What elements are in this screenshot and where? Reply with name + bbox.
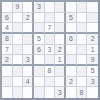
cell-r1c5[interactable] [45,2,56,13]
cell-r5c4[interactable]: 6 [34,45,45,56]
cell-r1c8[interactable] [77,2,88,13]
cell-r4c4[interactable]: 5 [34,34,45,45]
cell-r9c3[interactable] [23,87,34,98]
cell-r6c9[interactable]: 9 [87,55,98,66]
cell-r6c7[interactable] [66,55,77,66]
sudoku-board: 936254785627632123198542338 [0,0,100,100]
cell-r4c7[interactable]: 6 [66,34,77,45]
cell-r2c6[interactable] [55,13,66,24]
cell-r2c3[interactable]: 2 [23,13,34,24]
cell-r4c1[interactable]: 8 [2,34,13,45]
cell-r1c2[interactable]: 9 [13,2,24,13]
cell-r2c7[interactable]: 5 [66,13,77,24]
cell-r2c9[interactable] [87,13,98,24]
cell-r4c6[interactable] [55,34,66,45]
cell-r4c3[interactable] [23,34,34,45]
cell-r7c9[interactable]: 5 [87,66,98,77]
cell-r6c2[interactable] [13,55,24,66]
cell-r7c2[interactable] [13,66,24,77]
cell-r3c2[interactable] [13,23,24,34]
cell-r8c8[interactable] [77,77,88,88]
cell-r3c7[interactable] [66,23,77,34]
cell-r2c2[interactable] [13,13,24,24]
cell-r7c1[interactable] [2,66,13,77]
cell-r8c4[interactable] [34,77,45,88]
cell-r2c4[interactable] [34,13,45,24]
cell-r9c6[interactable]: 3 [55,87,66,98]
cell-r7c3[interactable] [23,66,34,77]
cell-r5c7[interactable] [66,45,77,56]
cell-r3c8[interactable] [77,23,88,34]
cell-r5c5[interactable]: 3 [45,45,56,56]
cell-r8c6[interactable] [55,77,66,88]
cell-r5c9[interactable]: 1 [87,45,98,56]
cell-r5c1[interactable]: 7 [2,45,13,56]
cell-r6c3[interactable]: 3 [23,55,34,66]
cell-r1c6[interactable] [55,2,66,13]
cell-r6c5[interactable] [45,55,56,66]
cell-r4c2[interactable] [13,34,24,45]
cell-r6c6[interactable]: 1 [55,55,66,66]
cell-r3c5[interactable]: 7 [45,23,56,34]
cell-r4c5[interactable] [45,34,56,45]
cell-r4c8[interactable] [77,34,88,45]
cell-r3c1[interactable]: 4 [2,23,13,34]
cell-r7c7[interactable] [66,66,77,77]
cell-r9c5[interactable] [45,87,56,98]
cell-r9c4[interactable] [34,87,45,98]
cell-r5c3[interactable] [23,45,34,56]
cell-r2c8[interactable] [77,13,88,24]
cell-r9c7[interactable] [66,87,77,98]
cell-r8c9[interactable]: 3 [87,77,98,88]
cell-r8c2[interactable] [13,77,24,88]
cell-r3c3[interactable] [23,23,34,34]
cell-r8c1[interactable] [2,77,13,88]
cell-r5c8[interactable] [77,45,88,56]
cell-r8c3[interactable]: 4 [23,77,34,88]
cell-r5c6[interactable]: 2 [55,45,66,56]
cell-r4c9[interactable]: 2 [87,34,98,45]
cell-r3c6[interactable] [55,23,66,34]
cell-r7c4[interactable] [34,66,45,77]
cell-r3c4[interactable] [34,23,45,34]
cell-r6c4[interactable] [34,55,45,66]
cell-r1c3[interactable] [23,2,34,13]
cell-r5c2[interactable] [13,45,24,56]
cell-r9c9[interactable] [87,87,98,98]
cell-r6c8[interactable] [77,55,88,66]
cell-r9c2[interactable] [13,87,24,98]
cell-r2c5[interactable] [45,13,56,24]
cell-r7c5[interactable]: 8 [45,66,56,77]
cell-r1c9[interactable] [87,2,98,13]
cell-r9c1[interactable] [2,87,13,98]
cell-r7c8[interactable] [77,66,88,77]
cell-r8c5[interactable] [45,77,56,88]
cell-r1c1[interactable] [2,2,13,13]
cell-r9c8[interactable]: 8 [77,87,88,98]
cell-r2c1[interactable]: 6 [2,13,13,24]
cell-r6c1[interactable]: 2 [2,55,13,66]
cell-r1c4[interactable]: 3 [34,2,45,13]
cell-r8c7[interactable]: 2 [66,77,77,88]
cell-r7c6[interactable] [55,66,66,77]
cell-r3c9[interactable] [87,23,98,34]
cell-r1c7[interactable] [66,2,77,13]
